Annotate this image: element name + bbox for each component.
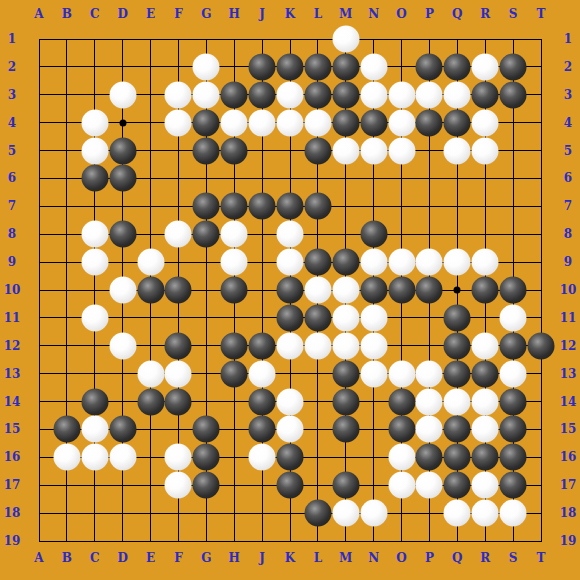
white-stone-M11[interactable] bbox=[332, 304, 359, 331]
white-stone-F4[interactable] bbox=[165, 109, 192, 136]
white-stone-C4[interactable] bbox=[81, 109, 108, 136]
black-stone-J14[interactable] bbox=[249, 388, 276, 415]
row-label-left-16: 16 bbox=[4, 451, 21, 463]
black-stone-H7[interactable] bbox=[221, 193, 248, 220]
col-label-top-P: P bbox=[425, 8, 434, 20]
black-stone-P4[interactable] bbox=[416, 109, 443, 136]
white-stone-K3[interactable] bbox=[277, 81, 304, 108]
white-stone-C8[interactable] bbox=[81, 221, 108, 248]
white-stone-H9[interactable] bbox=[221, 249, 248, 276]
black-stone-L9[interactable] bbox=[304, 249, 331, 276]
white-stone-O13[interactable] bbox=[388, 360, 415, 387]
col-label-top-B: B bbox=[62, 8, 72, 20]
black-stone-S3[interactable] bbox=[500, 81, 527, 108]
black-stone-R16[interactable] bbox=[472, 444, 499, 471]
col-label-top-N: N bbox=[368, 8, 379, 20]
col-label-bottom-M: M bbox=[339, 552, 352, 564]
black-stone-E10[interactable] bbox=[137, 277, 164, 304]
black-stone-N10[interactable] bbox=[360, 277, 387, 304]
white-stone-K15[interactable] bbox=[277, 416, 304, 443]
white-stone-N13[interactable] bbox=[360, 360, 387, 387]
white-stone-C5[interactable] bbox=[81, 137, 108, 164]
black-stone-F12[interactable] bbox=[165, 332, 192, 359]
black-stone-K16[interactable] bbox=[277, 444, 304, 471]
row-label-left-9: 9 bbox=[8, 256, 16, 268]
black-stone-L5[interactable] bbox=[304, 137, 331, 164]
black-stone-J2[interactable] bbox=[249, 53, 276, 80]
grid-hline-19 bbox=[39, 541, 542, 542]
black-stone-J15[interactable] bbox=[249, 416, 276, 443]
white-stone-P13[interactable] bbox=[416, 360, 443, 387]
white-stone-R4[interactable] bbox=[472, 109, 499, 136]
row-label-right-8: 8 bbox=[564, 228, 572, 240]
row-label-left-18: 18 bbox=[4, 507, 21, 519]
black-stone-M9[interactable] bbox=[332, 249, 359, 276]
black-stone-O10[interactable] bbox=[388, 277, 415, 304]
black-stone-H13[interactable] bbox=[221, 360, 248, 387]
col-label-top-O: O bbox=[396, 8, 406, 20]
white-stone-R18[interactable] bbox=[472, 500, 499, 527]
black-stone-S10[interactable] bbox=[500, 277, 527, 304]
white-stone-D16[interactable] bbox=[109, 444, 136, 471]
black-stone-P10[interactable] bbox=[416, 277, 443, 304]
white-stone-S18[interactable] bbox=[500, 500, 527, 527]
row-label-left-17: 17 bbox=[4, 479, 21, 491]
black-stone-Q4[interactable] bbox=[444, 109, 471, 136]
black-stone-R13[interactable] bbox=[472, 360, 499, 387]
white-stone-N3[interactable] bbox=[360, 81, 387, 108]
black-stone-M3[interactable] bbox=[332, 81, 359, 108]
white-stone-G3[interactable] bbox=[193, 81, 220, 108]
black-stone-P16[interactable] bbox=[416, 444, 443, 471]
black-stone-C14[interactable] bbox=[81, 388, 108, 415]
white-stone-O4[interactable] bbox=[388, 109, 415, 136]
white-stone-F13[interactable] bbox=[165, 360, 192, 387]
white-stone-B16[interactable] bbox=[53, 444, 80, 471]
col-label-bottom-N: N bbox=[368, 552, 379, 564]
col-label-top-D: D bbox=[117, 8, 127, 20]
col-label-bottom-D: D bbox=[117, 552, 127, 564]
white-stone-R15[interactable] bbox=[472, 416, 499, 443]
white-stone-L4[interactable] bbox=[304, 109, 331, 136]
black-stone-B15[interactable] bbox=[53, 416, 80, 443]
white-stone-N2[interactable] bbox=[360, 53, 387, 80]
white-stone-C9[interactable] bbox=[81, 249, 108, 276]
white-stone-Q5[interactable] bbox=[444, 137, 471, 164]
row-label-right-1: 1 bbox=[564, 33, 572, 45]
black-stone-G5[interactable] bbox=[193, 137, 220, 164]
col-label-top-A: A bbox=[34, 8, 43, 20]
grid-vline-T bbox=[541, 39, 542, 542]
row-label-left-19: 19 bbox=[4, 535, 21, 547]
white-stone-R17[interactable] bbox=[472, 472, 499, 499]
black-stone-L11[interactable] bbox=[304, 304, 331, 331]
row-label-left-5: 5 bbox=[8, 145, 16, 157]
row-label-left-4: 4 bbox=[8, 117, 16, 129]
black-stone-H12[interactable] bbox=[221, 332, 248, 359]
col-label-bottom-C: C bbox=[90, 552, 100, 564]
white-stone-O5[interactable] bbox=[388, 137, 415, 164]
col-label-top-T: T bbox=[537, 8, 546, 20]
black-stone-K11[interactable] bbox=[277, 304, 304, 331]
black-stone-O14[interactable] bbox=[388, 388, 415, 415]
black-stone-J7[interactable] bbox=[249, 193, 276, 220]
black-stone-R3[interactable] bbox=[472, 81, 499, 108]
white-stone-R9[interactable] bbox=[472, 249, 499, 276]
white-stone-P14[interactable] bbox=[416, 388, 443, 415]
row-label-right-14: 14 bbox=[560, 396, 577, 408]
row-label-right-9: 9 bbox=[564, 256, 572, 268]
row-label-left-10: 10 bbox=[4, 284, 21, 296]
black-stone-Q13[interactable] bbox=[444, 360, 471, 387]
black-stone-M14[interactable] bbox=[332, 388, 359, 415]
white-stone-D3[interactable] bbox=[109, 81, 136, 108]
white-stone-P3[interactable] bbox=[416, 81, 443, 108]
col-label-bottom-S: S bbox=[509, 552, 518, 564]
white-stone-D12[interactable] bbox=[109, 332, 136, 359]
row-label-right-5: 5 bbox=[564, 145, 572, 157]
black-stone-S15[interactable] bbox=[500, 416, 527, 443]
white-stone-L10[interactable] bbox=[304, 277, 331, 304]
black-stone-J12[interactable] bbox=[249, 332, 276, 359]
white-stone-F8[interactable] bbox=[165, 221, 192, 248]
white-stone-J16[interactable] bbox=[249, 444, 276, 471]
white-stone-N11[interactable] bbox=[360, 304, 387, 331]
black-stone-L3[interactable] bbox=[304, 81, 331, 108]
row-label-left-7: 7 bbox=[8, 200, 16, 212]
white-stone-O16[interactable] bbox=[388, 444, 415, 471]
col-label-bottom-R: R bbox=[480, 552, 490, 564]
row-label-right-16: 16 bbox=[560, 451, 577, 463]
col-label-bottom-J: J bbox=[259, 552, 265, 564]
row-label-right-17: 17 bbox=[560, 479, 577, 491]
black-stone-C6[interactable] bbox=[81, 165, 108, 192]
col-label-bottom-B: B bbox=[62, 552, 72, 564]
white-stone-Q9[interactable] bbox=[444, 249, 471, 276]
white-stone-Q14[interactable] bbox=[444, 388, 471, 415]
black-stone-G8[interactable] bbox=[193, 221, 220, 248]
black-stone-M2[interactable] bbox=[332, 53, 359, 80]
col-label-bottom-H: H bbox=[229, 552, 240, 564]
white-stone-C11[interactable] bbox=[81, 304, 108, 331]
row-label-right-4: 4 bbox=[564, 117, 572, 129]
black-stone-E14[interactable] bbox=[137, 388, 164, 415]
black-stone-S16[interactable] bbox=[500, 444, 527, 471]
black-stone-M15[interactable] bbox=[332, 416, 359, 443]
black-stone-Q11[interactable] bbox=[444, 304, 471, 331]
row-label-left-3: 3 bbox=[8, 89, 16, 101]
black-stone-O15[interactable] bbox=[388, 416, 415, 443]
black-stone-H5[interactable] bbox=[221, 137, 248, 164]
row-label-right-13: 13 bbox=[560, 368, 577, 380]
white-stone-K14[interactable] bbox=[277, 388, 304, 415]
white-stone-O3[interactable] bbox=[388, 81, 415, 108]
col-label-top-C: C bbox=[90, 8, 100, 20]
black-stone-F10[interactable] bbox=[165, 277, 192, 304]
row-label-left-12: 12 bbox=[4, 340, 21, 352]
white-stone-G2[interactable] bbox=[193, 53, 220, 80]
row-label-left-1: 1 bbox=[8, 33, 16, 45]
white-stone-M5[interactable] bbox=[332, 137, 359, 164]
white-stone-S11[interactable] bbox=[500, 304, 527, 331]
col-label-bottom-F: F bbox=[174, 552, 183, 564]
black-stone-Q16[interactable] bbox=[444, 444, 471, 471]
row-label-left-6: 6 bbox=[8, 172, 16, 184]
col-label-bottom-E: E bbox=[146, 552, 155, 564]
black-stone-M17[interactable] bbox=[332, 472, 359, 499]
row-label-left-13: 13 bbox=[4, 368, 21, 380]
black-stone-S17[interactable] bbox=[500, 472, 527, 499]
col-label-top-K: K bbox=[285, 8, 295, 20]
white-stone-K8[interactable] bbox=[277, 221, 304, 248]
white-stone-Q18[interactable] bbox=[444, 500, 471, 527]
white-stone-H8[interactable] bbox=[221, 221, 248, 248]
black-stone-D8[interactable] bbox=[109, 221, 136, 248]
black-stone-J3[interactable] bbox=[249, 81, 276, 108]
black-stone-M13[interactable] bbox=[332, 360, 359, 387]
row-label-right-15: 15 bbox=[560, 423, 577, 435]
white-stone-R5[interactable] bbox=[472, 137, 499, 164]
go-board-screenshot: AA11BB22CC33DD44EE55FF66GG77HH88JJ99KK10… bbox=[0, 0, 580, 580]
black-stone-S12[interactable] bbox=[500, 332, 527, 359]
black-stone-H3[interactable] bbox=[221, 81, 248, 108]
white-stone-E9[interactable] bbox=[137, 249, 164, 276]
row-label-right-7: 7 bbox=[564, 200, 572, 212]
col-label-bottom-K: K bbox=[285, 552, 295, 564]
black-stone-D6[interactable] bbox=[109, 165, 136, 192]
black-stone-K7[interactable] bbox=[277, 193, 304, 220]
col-label-bottom-P: P bbox=[425, 552, 434, 564]
black-stone-L7[interactable] bbox=[304, 193, 331, 220]
white-stone-S13[interactable] bbox=[500, 360, 527, 387]
black-stone-G7[interactable] bbox=[193, 193, 220, 220]
white-stone-O17[interactable] bbox=[388, 472, 415, 499]
col-label-bottom-Q: Q bbox=[452, 552, 462, 564]
white-stone-E13[interactable] bbox=[137, 360, 164, 387]
hoshi-Q10 bbox=[454, 287, 461, 294]
black-stone-K17[interactable] bbox=[277, 472, 304, 499]
col-label-top-G: G bbox=[201, 8, 211, 20]
black-stone-Q12[interactable] bbox=[444, 332, 471, 359]
black-stone-L2[interactable] bbox=[304, 53, 331, 80]
col-label-bottom-O: O bbox=[396, 552, 406, 564]
black-stone-K2[interactable] bbox=[277, 53, 304, 80]
col-label-top-H: H bbox=[229, 8, 240, 20]
col-label-top-S: S bbox=[509, 8, 518, 20]
white-stone-R12[interactable] bbox=[472, 332, 499, 359]
white-stone-N12[interactable] bbox=[360, 332, 387, 359]
black-stone-G4[interactable] bbox=[193, 109, 220, 136]
white-stone-C16[interactable] bbox=[81, 444, 108, 471]
white-stone-M12[interactable] bbox=[332, 332, 359, 359]
black-stone-H10[interactable] bbox=[221, 277, 248, 304]
black-stone-N4[interactable] bbox=[360, 109, 387, 136]
row-label-right-6: 6 bbox=[564, 172, 572, 184]
black-stone-S2[interactable] bbox=[500, 53, 527, 80]
hoshi-D4 bbox=[119, 119, 126, 126]
white-stone-K4[interactable] bbox=[277, 109, 304, 136]
white-stone-P9[interactable] bbox=[416, 249, 443, 276]
black-stone-G17[interactable] bbox=[193, 472, 220, 499]
black-stone-P2[interactable] bbox=[416, 53, 443, 80]
row-label-right-12: 12 bbox=[560, 340, 577, 352]
black-stone-F14[interactable] bbox=[165, 388, 192, 415]
white-stone-P15[interactable] bbox=[416, 416, 443, 443]
row-label-left-2: 2 bbox=[8, 61, 16, 73]
row-label-left-11: 11 bbox=[4, 312, 21, 324]
white-stone-P17[interactable] bbox=[416, 472, 443, 499]
white-stone-L12[interactable] bbox=[304, 332, 331, 359]
white-stone-J13[interactable] bbox=[249, 360, 276, 387]
row-label-right-2: 2 bbox=[564, 61, 572, 73]
black-stone-D15[interactable] bbox=[109, 416, 136, 443]
row-label-left-8: 8 bbox=[8, 228, 16, 240]
row-label-left-14: 14 bbox=[4, 396, 21, 408]
black-stone-K10[interactable] bbox=[277, 277, 304, 304]
col-label-bottom-A: A bbox=[34, 552, 43, 564]
white-stone-K12[interactable] bbox=[277, 332, 304, 359]
white-stone-R14[interactable] bbox=[472, 388, 499, 415]
white-stone-N9[interactable] bbox=[360, 249, 387, 276]
col-label-top-J: J bbox=[259, 8, 265, 20]
white-stone-H4[interactable] bbox=[221, 109, 248, 136]
black-stone-R10[interactable] bbox=[472, 277, 499, 304]
white-stone-N18[interactable] bbox=[360, 500, 387, 527]
black-stone-Q15[interactable] bbox=[444, 416, 471, 443]
col-label-top-E: E bbox=[146, 8, 155, 20]
col-label-top-Q: Q bbox=[452, 8, 462, 20]
black-stone-D5[interactable] bbox=[109, 137, 136, 164]
col-label-top-R: R bbox=[480, 8, 490, 20]
col-label-bottom-L: L bbox=[314, 552, 322, 564]
white-stone-K9[interactable] bbox=[277, 249, 304, 276]
white-stone-M1[interactable] bbox=[332, 26, 359, 53]
row-label-right-11: 11 bbox=[560, 312, 577, 324]
white-stone-M10[interactable] bbox=[332, 277, 359, 304]
black-stone-T12[interactable] bbox=[528, 332, 555, 359]
white-stone-D10[interactable] bbox=[109, 277, 136, 304]
black-stone-L18[interactable] bbox=[304, 500, 331, 527]
white-stone-O9[interactable] bbox=[388, 249, 415, 276]
white-stone-R2[interactable] bbox=[472, 53, 499, 80]
row-label-right-18: 18 bbox=[560, 507, 577, 519]
col-label-top-L: L bbox=[314, 8, 322, 20]
white-stone-M18[interactable] bbox=[332, 500, 359, 527]
col-label-bottom-T: T bbox=[537, 552, 546, 564]
col-label-top-M: M bbox=[339, 8, 352, 20]
black-stone-S14[interactable] bbox=[500, 388, 527, 415]
row-label-right-19: 19 bbox=[560, 535, 577, 547]
row-label-right-10: 10 bbox=[560, 284, 577, 296]
black-stone-G16[interactable] bbox=[193, 444, 220, 471]
row-label-right-3: 3 bbox=[564, 89, 572, 101]
white-stone-F3[interactable] bbox=[165, 81, 192, 108]
black-stone-N8[interactable] bbox=[360, 221, 387, 248]
white-stone-J4[interactable] bbox=[249, 109, 276, 136]
black-stone-M4[interactable] bbox=[332, 109, 359, 136]
col-label-top-F: F bbox=[174, 8, 183, 20]
white-stone-F16[interactable] bbox=[165, 444, 192, 471]
col-label-bottom-G: G bbox=[201, 552, 211, 564]
row-label-left-15: 15 bbox=[4, 423, 21, 435]
white-stone-F17[interactable] bbox=[165, 472, 192, 499]
black-stone-Q17[interactable] bbox=[444, 472, 471, 499]
white-stone-C15[interactable] bbox=[81, 416, 108, 443]
white-stone-N5[interactable] bbox=[360, 137, 387, 164]
black-stone-G15[interactable] bbox=[193, 416, 220, 443]
white-stone-Q3[interactable] bbox=[444, 81, 471, 108]
black-stone-Q2[interactable] bbox=[444, 53, 471, 80]
